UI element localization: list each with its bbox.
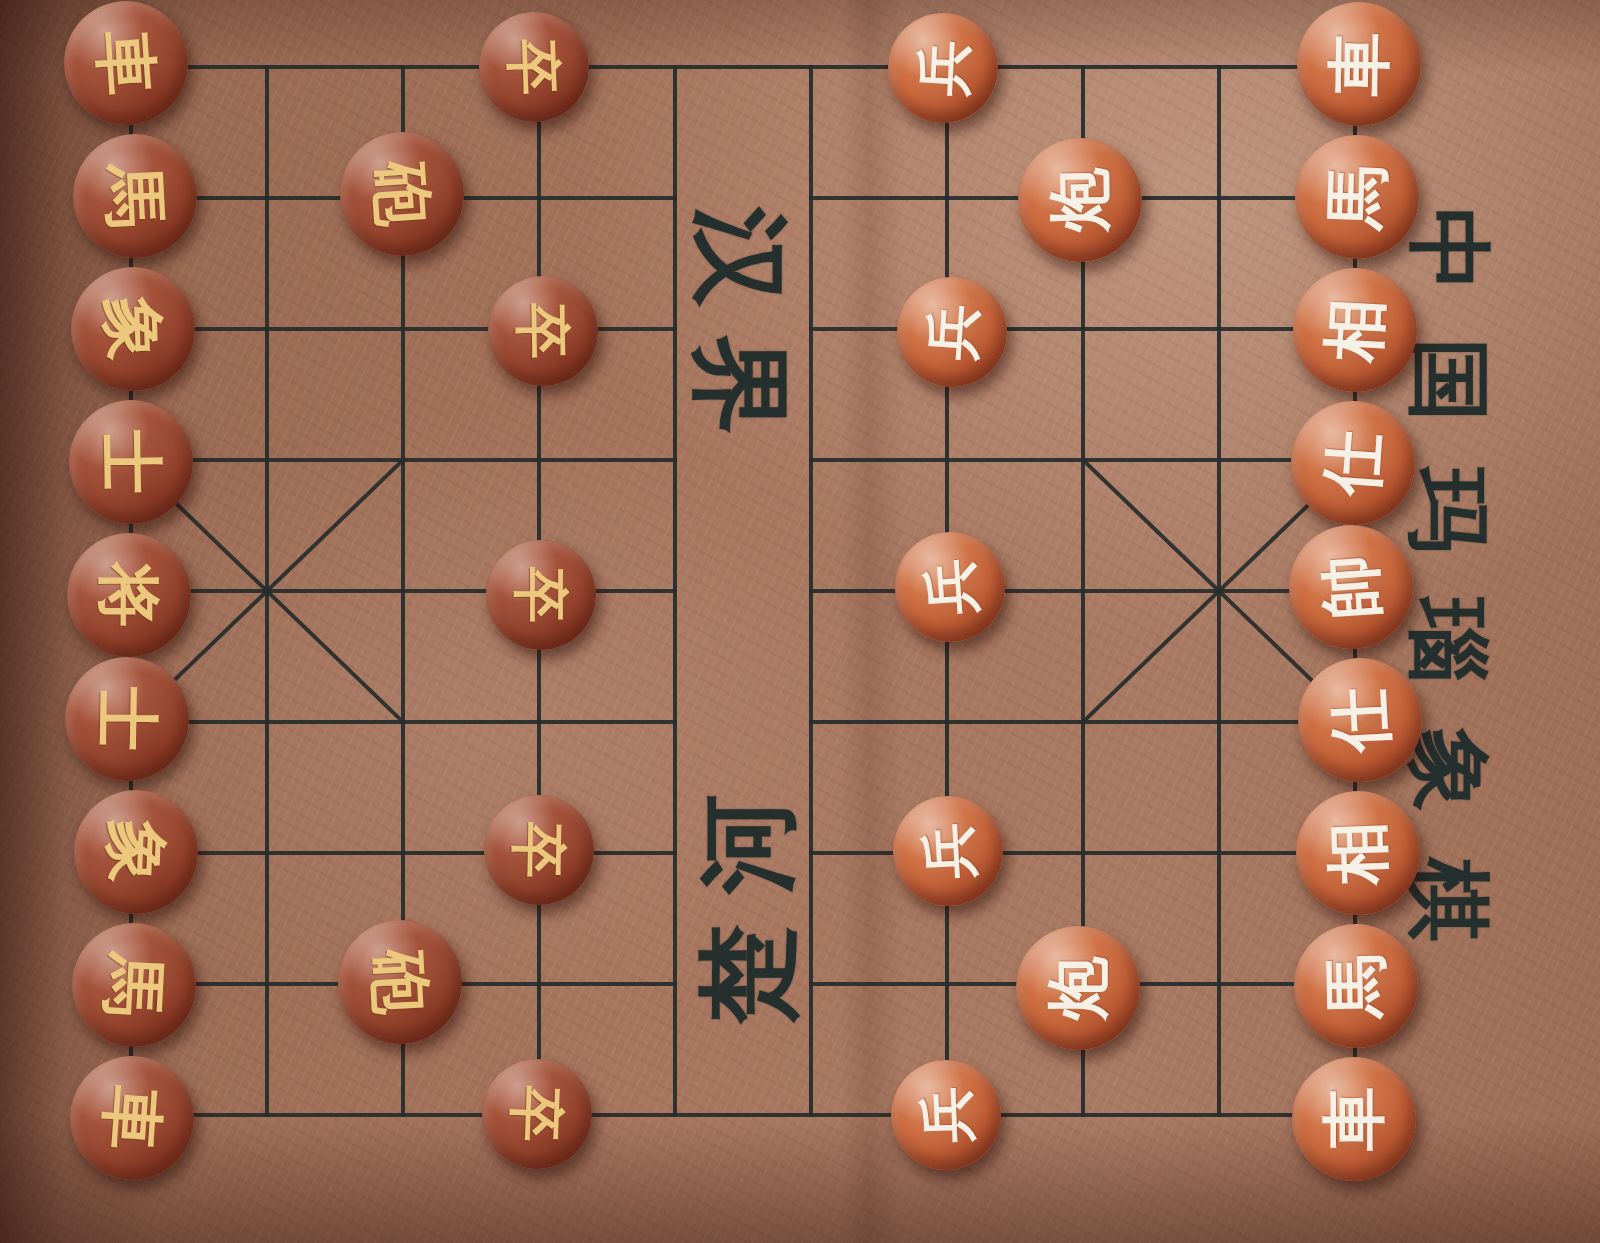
piece-glyph: 卒 <box>515 303 572 360</box>
piece-glyph: 兵 <box>914 39 973 98</box>
piece-glyph: 士 <box>98 429 163 494</box>
piece-glyph: 炮 <box>1047 167 1112 232</box>
piece-black-horse[interactable]: 馬 <box>73 134 197 258</box>
piece-red-cannon[interactable]: 炮 <box>1018 138 1142 262</box>
piece-red-elephant[interactable]: 相 <box>1293 268 1417 392</box>
piece-black-cannon[interactable]: 砲 <box>340 132 464 256</box>
piece-black-advisor[interactable]: 士 <box>65 657 189 781</box>
piece-glyph: 馬 <box>100 951 167 1018</box>
piece-red-soldier[interactable]: 兵 <box>893 796 1003 906</box>
piece-black-cannon[interactable]: 砲 <box>338 920 462 1044</box>
piece-black-soldier[interactable]: 卒 <box>479 12 589 122</box>
piece-glyph: 車 <box>92 29 160 97</box>
piece-red-horse[interactable]: 馬 <box>1294 924 1418 1048</box>
xiangqi-board-photo: 汉界 楚河 中国玛瑙象棋 車馬象士将士象馬車砲砲卒卒卒卒卒兵兵兵兵兵炮炮車馬相仕… <box>0 0 1600 1243</box>
piece-glyph: 仕 <box>1326 686 1393 753</box>
piece-glyph: 砲 <box>366 948 433 1015</box>
piece-glyph: 帥 <box>1317 553 1385 621</box>
piece-black-horse[interactable]: 馬 <box>72 923 196 1047</box>
piece-glyph: 象 <box>100 296 166 362</box>
piece-red-general[interactable]: 帥 <box>1289 525 1413 649</box>
piece-black-general[interactable]: 将 <box>67 533 191 657</box>
piece-black-elephant[interactable]: 象 <box>71 267 195 391</box>
piece-red-soldier[interactable]: 兵 <box>888 13 998 123</box>
piece-glyph: 車 <box>1322 1087 1386 1151</box>
piece-black-soldier[interactable]: 卒 <box>482 1059 592 1169</box>
piece-black-advisor[interactable]: 士 <box>69 400 193 524</box>
piece-black-elephant[interactable]: 象 <box>74 790 198 914</box>
piece-glyph: 卒 <box>513 567 569 623</box>
piece-glyph: 車 <box>1326 31 1391 96</box>
piece-glyph: 兵 <box>920 557 980 617</box>
piece-red-advisor[interactable]: 仕 <box>1298 658 1422 782</box>
piece-red-cannon[interactable]: 炮 <box>1016 926 1140 1050</box>
piece-red-elephant[interactable]: 相 <box>1296 791 1420 915</box>
piece-glyph: 将 <box>97 563 161 627</box>
piece-glyph: 卒 <box>505 38 563 96</box>
piece-red-chariot[interactable]: 車 <box>1297 2 1421 126</box>
piece-glyph: 馬 <box>101 162 168 229</box>
piece-glyph: 象 <box>103 819 169 885</box>
piece-glyph: 卒 <box>511 822 568 879</box>
piece-black-soldier[interactable]: 卒 <box>484 795 594 905</box>
piece-glyph: 兵 <box>922 302 982 362</box>
piece-glyph: 炮 <box>1046 956 1110 1020</box>
piece-glyph: 士 <box>94 686 159 751</box>
piece-glyph: 砲 <box>368 160 436 228</box>
river-label-chu-he: 楚河 <box>697 764 797 1024</box>
piece-black-chariot[interactable]: 車 <box>70 1056 194 1180</box>
piece-black-chariot[interactable]: 車 <box>64 1 188 125</box>
piece-glyph: 仕 <box>1319 429 1387 497</box>
piece-glyph: 馬 <box>1323 953 1388 1018</box>
board-title-china-agate-xiangqi: 中国玛瑙象棋 <box>1407 208 1491 988</box>
piece-red-chariot[interactable]: 車 <box>1292 1057 1416 1181</box>
piece-glyph: 車 <box>98 1084 166 1152</box>
piece-glyph: 相 <box>1325 820 1391 886</box>
piece-glyph: 兵 <box>917 1086 975 1144</box>
piece-red-soldier[interactable]: 兵 <box>891 1060 1001 1170</box>
river-label-han-jie: 汉界 <box>691 207 791 463</box>
piece-red-horse[interactable]: 馬 <box>1295 135 1419 259</box>
piece-black-soldier[interactable]: 卒 <box>486 540 596 650</box>
piece-red-advisor[interactable]: 仕 <box>1291 401 1415 525</box>
piece-glyph: 馬 <box>1324 164 1390 230</box>
piece-glyph: 卒 <box>508 1085 566 1143</box>
piece-red-soldier[interactable]: 兵 <box>897 277 1007 387</box>
piece-red-soldier[interactable]: 兵 <box>895 532 1005 642</box>
piece-glyph: 兵 <box>919 822 978 881</box>
piece-glyph: 相 <box>1321 296 1388 363</box>
piece-black-soldier[interactable]: 卒 <box>488 276 598 386</box>
